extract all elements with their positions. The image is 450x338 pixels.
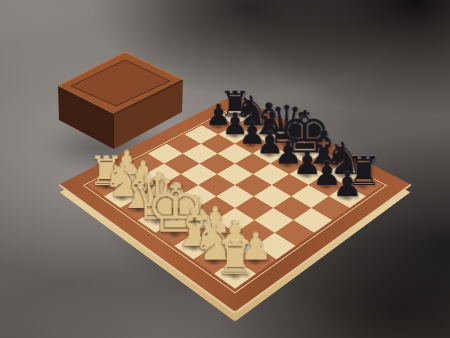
wooden-box <box>50 44 192 156</box>
photo-scene: Overhead corner view of a wooden chess s… <box>0 0 450 338</box>
square-h7[interactable]: ♟ <box>328 185 365 208</box>
square-h1[interactable]: ♜ <box>214 259 256 288</box>
piece-glyph: ♟ <box>286 168 408 202</box>
piece-glyph: ♜ <box>166 235 304 281</box>
